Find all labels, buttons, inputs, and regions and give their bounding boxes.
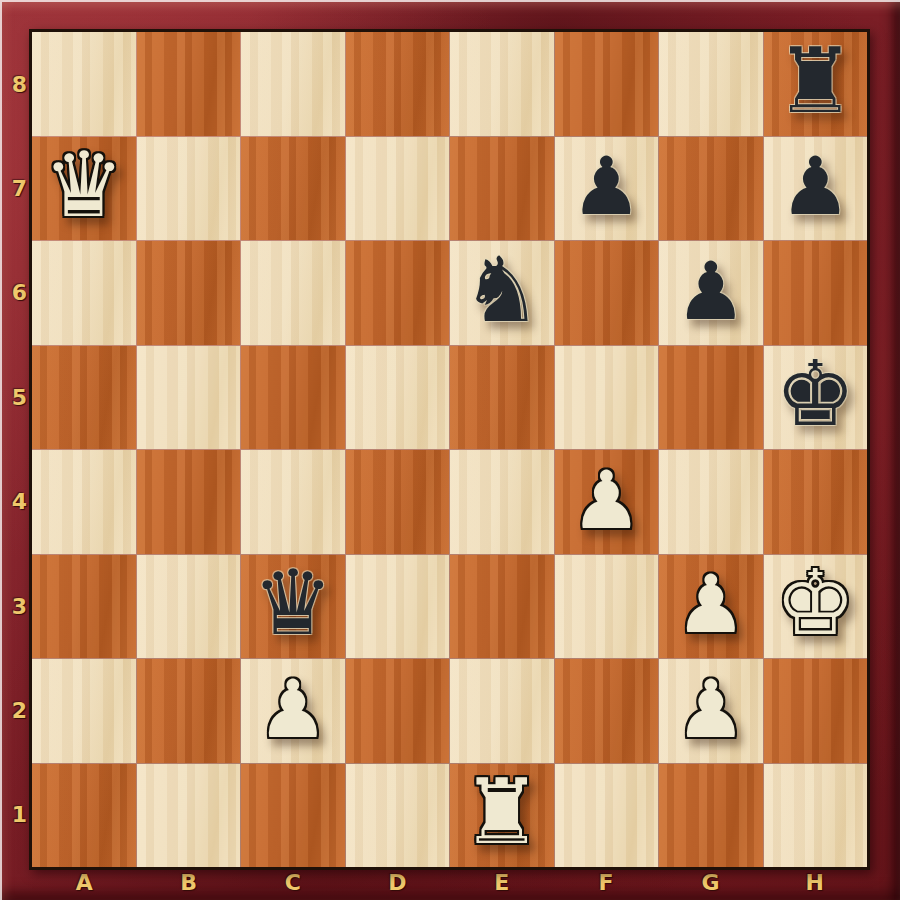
square-c4[interactable] xyxy=(241,450,345,554)
rank-label-3: 3 xyxy=(0,554,32,658)
chess-board: ♜♛♟♟♞♟♚♟♛♟♚♟♟♜ xyxy=(29,29,870,870)
file-label-d: D xyxy=(345,867,449,900)
piece-white-queen[interactable]: ♛ xyxy=(32,134,136,238)
rank-label-4: 4 xyxy=(0,450,32,554)
square-f7[interactable]: ♟ xyxy=(555,137,659,241)
square-h6[interactable] xyxy=(764,241,868,345)
square-g4[interactable] xyxy=(659,450,763,554)
square-d1[interactable] xyxy=(346,764,450,868)
file-labels: ABCDEFGH xyxy=(32,867,867,900)
square-b6[interactable] xyxy=(137,241,241,345)
square-d4[interactable] xyxy=(346,450,450,554)
square-a6[interactable] xyxy=(32,241,136,345)
piece-black-pawn[interactable]: ♟ xyxy=(555,136,659,240)
square-c6[interactable] xyxy=(241,241,345,345)
file-label-a: A xyxy=(32,867,136,900)
square-a7[interactable]: ♛ xyxy=(32,137,136,241)
file-label-f: F xyxy=(554,867,658,900)
square-d3[interactable] xyxy=(346,555,450,659)
chess-diagram: 87654321 ABCDEFGH ♜♛♟♟♞♟♚♟♛♟♚♟♟♜ xyxy=(0,0,900,900)
square-b8[interactable] xyxy=(137,32,241,136)
rank-label-2: 2 xyxy=(0,658,32,762)
square-a5[interactable] xyxy=(32,346,136,450)
square-g7[interactable] xyxy=(659,137,763,241)
square-b5[interactable] xyxy=(137,346,241,450)
square-a3[interactable] xyxy=(32,555,136,659)
file-label-g: G xyxy=(658,867,762,900)
rank-label-7: 7 xyxy=(0,136,32,240)
square-c8[interactable] xyxy=(241,32,345,136)
square-a4[interactable] xyxy=(32,450,136,554)
square-d8[interactable] xyxy=(346,32,450,136)
square-e5[interactable] xyxy=(450,346,554,450)
square-a1[interactable] xyxy=(32,764,136,868)
square-g1[interactable] xyxy=(659,764,763,868)
piece-white-pawn[interactable]: ♟ xyxy=(659,658,763,762)
square-f2[interactable] xyxy=(555,659,659,763)
piece-white-rook[interactable]: ♜ xyxy=(450,761,554,865)
file-label-c: C xyxy=(241,867,345,900)
square-a8[interactable] xyxy=(32,32,136,136)
square-g8[interactable] xyxy=(659,32,763,136)
square-h7[interactable]: ♟ xyxy=(764,137,868,241)
rank-label-5: 5 xyxy=(0,345,32,449)
square-d6[interactable] xyxy=(346,241,450,345)
piece-black-king[interactable]: ♚ xyxy=(764,343,868,447)
square-g5[interactable] xyxy=(659,346,763,450)
piece-black-pawn[interactable]: ♟ xyxy=(764,136,868,240)
square-b3[interactable] xyxy=(137,555,241,659)
piece-black-queen[interactable]: ♛ xyxy=(241,552,345,656)
square-g3[interactable]: ♟ xyxy=(659,555,763,659)
board-grid: ♜♛♟♟♞♟♚♟♛♟♚♟♟♜ xyxy=(32,32,867,867)
square-e6[interactable]: ♞ xyxy=(450,241,554,345)
square-h8[interactable]: ♜ xyxy=(764,32,868,136)
square-f6[interactable] xyxy=(555,241,659,345)
square-c3[interactable]: ♛ xyxy=(241,555,345,659)
square-e8[interactable] xyxy=(450,32,554,136)
square-h1[interactable] xyxy=(764,764,868,868)
file-label-b: B xyxy=(136,867,240,900)
square-c5[interactable] xyxy=(241,346,345,450)
square-h3[interactable]: ♚ xyxy=(764,555,868,659)
square-e4[interactable] xyxy=(450,450,554,554)
square-f3[interactable] xyxy=(555,555,659,659)
piece-white-king[interactable]: ♚ xyxy=(764,552,868,656)
rank-labels: 87654321 xyxy=(0,32,32,867)
file-label-h: H xyxy=(763,867,867,900)
square-e1[interactable]: ♜ xyxy=(450,764,554,868)
square-h4[interactable] xyxy=(764,450,868,554)
square-c2[interactable]: ♟ xyxy=(241,659,345,763)
piece-black-rook[interactable]: ♜ xyxy=(764,29,868,133)
square-h2[interactable] xyxy=(764,659,868,763)
square-d5[interactable] xyxy=(346,346,450,450)
square-g2[interactable]: ♟ xyxy=(659,659,763,763)
rank-label-1: 1 xyxy=(0,763,32,867)
piece-white-pawn[interactable]: ♟ xyxy=(659,554,763,658)
square-d2[interactable] xyxy=(346,659,450,763)
square-f1[interactable] xyxy=(555,764,659,868)
rank-label-6: 6 xyxy=(0,241,32,345)
square-b1[interactable] xyxy=(137,764,241,868)
file-label-e: E xyxy=(450,867,554,900)
square-c7[interactable] xyxy=(241,137,345,241)
piece-white-pawn[interactable]: ♟ xyxy=(241,658,345,762)
rank-label-8: 8 xyxy=(0,32,32,136)
square-c1[interactable] xyxy=(241,764,345,868)
square-f5[interactable] xyxy=(555,346,659,450)
square-e2[interactable] xyxy=(450,659,554,763)
piece-black-knight[interactable]: ♞ xyxy=(450,238,554,342)
piece-white-pawn[interactable]: ♟ xyxy=(555,449,659,553)
square-e7[interactable] xyxy=(450,137,554,241)
square-a2[interactable] xyxy=(32,659,136,763)
square-g6[interactable]: ♟ xyxy=(659,241,763,345)
square-f8[interactable] xyxy=(555,32,659,136)
square-b2[interactable] xyxy=(137,659,241,763)
square-d7[interactable] xyxy=(346,137,450,241)
square-b7[interactable] xyxy=(137,137,241,241)
piece-black-pawn[interactable]: ♟ xyxy=(659,240,763,344)
square-e3[interactable] xyxy=(450,555,554,659)
square-h5[interactable]: ♚ xyxy=(764,346,868,450)
square-b4[interactable] xyxy=(137,450,241,554)
square-f4[interactable]: ♟ xyxy=(555,450,659,554)
